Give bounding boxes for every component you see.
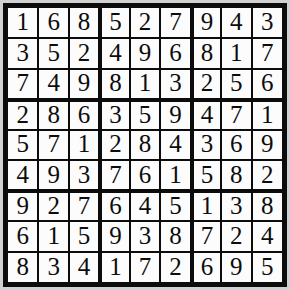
sudoku-cell: 3 bbox=[130, 221, 160, 251]
sudoku-cell: 1 bbox=[252, 99, 282, 130]
sudoku-cell: 2 bbox=[160, 252, 190, 282]
sudoku-cell: 5 bbox=[252, 252, 282, 282]
sudoku-cell: 9 bbox=[38, 160, 68, 190]
sudoku-cell: 1 bbox=[191, 190, 221, 221]
sudoku-cell: 8 bbox=[130, 130, 160, 160]
sudoku-cell: 1 bbox=[130, 69, 160, 99]
sudoku-cell: 6 bbox=[8, 221, 38, 251]
sudoku-cell: 2 bbox=[252, 160, 282, 190]
sudoku-cell: 8 bbox=[69, 8, 99, 38]
sudoku-cell: 6 bbox=[130, 160, 160, 190]
sudoku-cell: 9 bbox=[99, 221, 129, 251]
sudoku-cell: 4 bbox=[69, 252, 99, 282]
sudoku-cell: 2 bbox=[69, 38, 99, 68]
sudoku-cell: 4 bbox=[8, 160, 38, 190]
sudoku-cell: 7 bbox=[99, 160, 129, 190]
sudoku-cell: 3 bbox=[38, 252, 68, 282]
sudoku-cell: 7 bbox=[130, 252, 160, 282]
sudoku-cell: 7 bbox=[221, 99, 251, 130]
sudoku-cell: 6 bbox=[160, 38, 190, 68]
sudoku-cell: 2 bbox=[191, 69, 221, 99]
sudoku-cell: 8 bbox=[252, 190, 282, 221]
sudoku-cell: 4 bbox=[130, 190, 160, 221]
sudoku-cell: 2 bbox=[99, 130, 129, 160]
sudoku-cell: 6 bbox=[69, 99, 99, 130]
sudoku-cell: 5 bbox=[99, 8, 129, 38]
sudoku-cell: 2 bbox=[130, 8, 160, 38]
sudoku-cell: 5 bbox=[38, 38, 68, 68]
sudoku-cell: 8 bbox=[221, 160, 251, 190]
sudoku-cell: 5 bbox=[69, 221, 99, 251]
sudoku-cell: 9 bbox=[252, 130, 282, 160]
sudoku-cell: 1 bbox=[221, 38, 251, 68]
sudoku-cell: 2 bbox=[221, 221, 251, 251]
sudoku-cell: 7 bbox=[252, 38, 282, 68]
sudoku-cell: 6 bbox=[221, 130, 251, 160]
sudoku-cell: 6 bbox=[191, 252, 221, 282]
sudoku-cell: 9 bbox=[221, 252, 251, 282]
sudoku-cell: 6 bbox=[38, 8, 68, 38]
sudoku-cell: 8 bbox=[8, 252, 38, 282]
sudoku-cell: 5 bbox=[191, 160, 221, 190]
sudoku-board: 1685279433524968177498132562863594715712… bbox=[3, 3, 287, 287]
sudoku-cell: 2 bbox=[38, 190, 68, 221]
sudoku-cell: 3 bbox=[191, 130, 221, 160]
sudoku-cell: 3 bbox=[8, 38, 38, 68]
sudoku-cell: 1 bbox=[38, 221, 68, 251]
sudoku-cell: 4 bbox=[160, 130, 190, 160]
sudoku-cell: 3 bbox=[252, 8, 282, 38]
sudoku-cell: 9 bbox=[191, 8, 221, 38]
sudoku-cell: 3 bbox=[99, 99, 129, 130]
sudoku-cell: 1 bbox=[8, 8, 38, 38]
sudoku-cell: 3 bbox=[160, 69, 190, 99]
sudoku-cell: 7 bbox=[191, 221, 221, 251]
sudoku-cell: 9 bbox=[8, 190, 38, 221]
sudoku-cell: 9 bbox=[160, 99, 190, 130]
sudoku-cell: 8 bbox=[191, 38, 221, 68]
sudoku-cell: 1 bbox=[160, 160, 190, 190]
sudoku-cell: 5 bbox=[221, 69, 251, 99]
sudoku-cell: 3 bbox=[69, 160, 99, 190]
sudoku-cell: 8 bbox=[99, 69, 129, 99]
sudoku-cell: 7 bbox=[160, 8, 190, 38]
sudoku-cell: 9 bbox=[69, 69, 99, 99]
sudoku-cell: 6 bbox=[99, 190, 129, 221]
sudoku-cell: 5 bbox=[160, 190, 190, 221]
sudoku-cell: 3 bbox=[221, 190, 251, 221]
sudoku-cell: 5 bbox=[8, 130, 38, 160]
sudoku-cell: 7 bbox=[69, 190, 99, 221]
sudoku-cell: 4 bbox=[221, 8, 251, 38]
sudoku-cell: 2 bbox=[8, 99, 38, 130]
sudoku-cell: 1 bbox=[99, 252, 129, 282]
sudoku-cell: 7 bbox=[8, 69, 38, 99]
sudoku-cell: 8 bbox=[160, 221, 190, 251]
sudoku-cell: 5 bbox=[130, 99, 160, 130]
sudoku-cell: 4 bbox=[252, 221, 282, 251]
sudoku-cell: 9 bbox=[130, 38, 160, 68]
sudoku-cell: 4 bbox=[38, 69, 68, 99]
sudoku-cell: 7 bbox=[38, 130, 68, 160]
sudoku-cell: 4 bbox=[191, 99, 221, 130]
sudoku-cell: 1 bbox=[69, 130, 99, 160]
sudoku-cell: 8 bbox=[38, 99, 68, 130]
sudoku-cell: 6 bbox=[252, 69, 282, 99]
sudoku-cell: 4 bbox=[99, 38, 129, 68]
